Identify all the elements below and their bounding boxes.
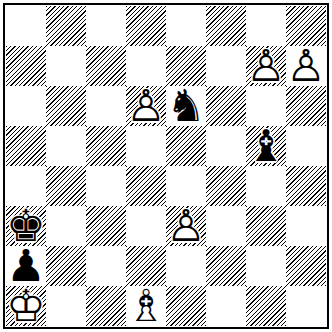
square-g6[interactable] xyxy=(246,86,286,126)
white-king-icon: ♔ xyxy=(6,286,46,326)
square-f6[interactable] xyxy=(206,86,246,126)
white-king-silhouette: ♚ xyxy=(6,286,46,326)
square-a8[interactable] xyxy=(6,6,46,46)
square-h4[interactable] xyxy=(286,166,326,206)
square-b4[interactable] xyxy=(46,166,86,206)
black-pawn-icon: ♟ xyxy=(6,246,46,286)
square-a3[interactable]: ♚♚ xyxy=(6,206,46,246)
square-c4[interactable] xyxy=(86,166,126,206)
square-c8[interactable] xyxy=(86,6,126,46)
square-d1[interactable]: ♝♗ xyxy=(126,286,166,326)
square-h5[interactable] xyxy=(286,126,326,166)
square-g1[interactable] xyxy=(246,286,286,326)
square-a6[interactable] xyxy=(6,86,46,126)
square-h8[interactable] xyxy=(286,6,326,46)
square-e4[interactable] xyxy=(166,166,206,206)
white-pawn-icon: ♙ xyxy=(166,206,206,246)
square-f7[interactable] xyxy=(206,46,246,86)
white-pawn-silhouette: ♟ xyxy=(126,86,166,126)
black-knight-silhouette: ♞ xyxy=(166,86,206,126)
square-d7[interactable] xyxy=(126,46,166,86)
square-h3[interactable] xyxy=(286,206,326,246)
white-pawn-silhouette: ♟ xyxy=(286,46,326,86)
square-e8[interactable] xyxy=(166,6,206,46)
white-pawn-silhouette: ♟ xyxy=(166,206,206,246)
square-g8[interactable] xyxy=(246,6,286,46)
piece-white-pawn[interactable]: ♟♙ xyxy=(286,46,326,86)
square-h6[interactable] xyxy=(286,86,326,126)
piece-black-bishop[interactable]: ♝♝ xyxy=(246,126,286,166)
square-g2[interactable] xyxy=(246,246,286,286)
square-e5[interactable] xyxy=(166,126,206,166)
piece-black-king[interactable]: ♚♚ xyxy=(6,206,46,246)
square-f4[interactable] xyxy=(206,166,246,206)
square-f1[interactable] xyxy=(206,286,246,326)
square-b6[interactable] xyxy=(46,86,86,126)
piece-black-pawn[interactable]: ♟♟ xyxy=(6,246,46,286)
square-d5[interactable] xyxy=(126,126,166,166)
square-b1[interactable] xyxy=(46,286,86,326)
square-e3[interactable]: ♟♙ xyxy=(166,206,206,246)
square-h1[interactable] xyxy=(286,286,326,326)
square-g7[interactable]: ♟♙ xyxy=(246,46,286,86)
piece-white-king[interactable]: ♚♔ xyxy=(6,286,46,326)
square-b8[interactable] xyxy=(46,6,86,46)
square-g5[interactable]: ♝♝ xyxy=(246,126,286,166)
square-c2[interactable] xyxy=(86,246,126,286)
square-e2[interactable] xyxy=(166,246,206,286)
square-c1[interactable] xyxy=(86,286,126,326)
square-a2[interactable]: ♟♟ xyxy=(6,246,46,286)
black-pawn-silhouette: ♟ xyxy=(6,246,46,286)
piece-white-pawn[interactable]: ♟♙ xyxy=(166,206,206,246)
square-b5[interactable] xyxy=(46,126,86,166)
square-e1[interactable] xyxy=(166,286,206,326)
piece-black-knight[interactable]: ♞♞ xyxy=(166,86,206,126)
black-knight-icon: ♞ xyxy=(166,86,206,126)
square-e6[interactable]: ♞♞ xyxy=(166,86,206,126)
white-bishop-icon: ♗ xyxy=(126,286,166,326)
square-c5[interactable] xyxy=(86,126,126,166)
square-c7[interactable] xyxy=(86,46,126,86)
square-d8[interactable] xyxy=(126,6,166,46)
chess-board: ♟♙♟♙♟♙♞♞♝♝♚♚♟♙♟♟♚♔♝♗ xyxy=(6,6,326,326)
black-king-icon: ♚ xyxy=(6,206,46,246)
square-f5[interactable] xyxy=(206,126,246,166)
square-d4[interactable] xyxy=(126,166,166,206)
square-c3[interactable] xyxy=(86,206,126,246)
piece-white-pawn[interactable]: ♟♙ xyxy=(126,86,166,126)
square-a7[interactable] xyxy=(6,46,46,86)
square-d3[interactable] xyxy=(126,206,166,246)
square-a5[interactable] xyxy=(6,126,46,166)
square-f8[interactable] xyxy=(206,6,246,46)
white-bishop-silhouette: ♝ xyxy=(126,286,166,326)
square-f3[interactable] xyxy=(206,206,246,246)
black-bishop-icon: ♝ xyxy=(246,126,286,166)
square-c6[interactable] xyxy=(86,86,126,126)
white-pawn-icon: ♙ xyxy=(286,46,326,86)
square-h7[interactable]: ♟♙ xyxy=(286,46,326,86)
white-pawn-icon: ♙ xyxy=(126,86,166,126)
square-h2[interactable] xyxy=(286,246,326,286)
white-pawn-icon: ♙ xyxy=(246,46,286,86)
chess-diagram: ♟♙♟♙♟♙♞♞♝♝♚♚♟♙♟♟♚♔♝♗ xyxy=(0,0,332,332)
square-b7[interactable] xyxy=(46,46,86,86)
black-king-silhouette: ♚ xyxy=(6,206,46,246)
square-a1[interactable]: ♚♔ xyxy=(6,286,46,326)
piece-white-pawn[interactable]: ♟♙ xyxy=(246,46,286,86)
square-b3[interactable] xyxy=(46,206,86,246)
board-frame: ♟♙♟♙♟♙♞♞♝♝♚♚♟♙♟♟♚♔♝♗ xyxy=(3,3,329,329)
square-d2[interactable] xyxy=(126,246,166,286)
square-f2[interactable] xyxy=(206,246,246,286)
square-d6[interactable]: ♟♙ xyxy=(126,86,166,126)
square-g3[interactable] xyxy=(246,206,286,246)
square-e7[interactable] xyxy=(166,46,206,86)
square-g4[interactable] xyxy=(246,166,286,206)
square-a4[interactable] xyxy=(6,166,46,206)
square-b2[interactable] xyxy=(46,246,86,286)
black-bishop-silhouette: ♝ xyxy=(246,126,286,166)
white-pawn-silhouette: ♟ xyxy=(246,46,286,86)
piece-white-bishop[interactable]: ♝♗ xyxy=(126,286,166,326)
